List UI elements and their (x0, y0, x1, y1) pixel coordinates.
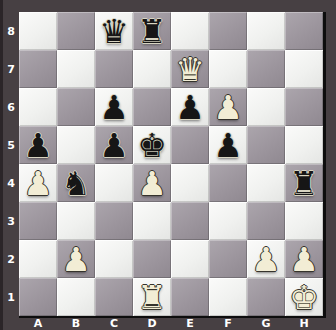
rank-label-6: 6 (3, 88, 19, 126)
square-g2[interactable]: ♟ (247, 240, 285, 278)
square-g3[interactable] (247, 202, 285, 240)
square-e1[interactable] (171, 278, 209, 316)
square-b4[interactable]: ♞ (57, 164, 95, 202)
square-b6[interactable] (57, 88, 95, 126)
file-label-c: C (95, 316, 133, 330)
square-e8[interactable] (171, 12, 209, 50)
piece-white-rook-d1[interactable]: ♜ (137, 281, 167, 314)
file-label-f: F (209, 316, 247, 330)
square-d4[interactable]: ♟ (133, 164, 171, 202)
square-c8[interactable]: ♛ (95, 12, 133, 50)
square-a5[interactable]: ♟ (19, 126, 57, 164)
square-f5[interactable]: ♟ (209, 126, 247, 164)
square-d7[interactable] (133, 50, 171, 88)
square-f3[interactable] (209, 202, 247, 240)
piece-white-pawn-g2[interactable]: ♟ (251, 243, 281, 276)
square-e4[interactable] (171, 164, 209, 202)
square-d8[interactable]: ♜ (133, 12, 171, 50)
square-c1[interactable] (95, 278, 133, 316)
square-b5[interactable] (57, 126, 95, 164)
file-label-b: B (57, 316, 95, 330)
square-f7[interactable] (209, 50, 247, 88)
square-e3[interactable] (171, 202, 209, 240)
square-h8[interactable] (285, 12, 323, 50)
square-g7[interactable] (247, 50, 285, 88)
piece-white-pawn-b2[interactable]: ♟ (61, 243, 91, 276)
square-c4[interactable] (95, 164, 133, 202)
file-label-g: G (247, 316, 285, 330)
square-h7[interactable] (285, 50, 323, 88)
square-a6[interactable] (19, 88, 57, 126)
rank-label-2: 2 (3, 240, 19, 278)
square-h6[interactable] (285, 88, 323, 126)
square-f2[interactable] (209, 240, 247, 278)
square-f4[interactable] (209, 164, 247, 202)
square-b8[interactable] (57, 12, 95, 50)
rank-label-4: 4 (3, 164, 19, 202)
square-a3[interactable] (19, 202, 57, 240)
piece-white-pawn-h2[interactable]: ♟ (289, 243, 319, 276)
square-d6[interactable] (133, 88, 171, 126)
square-c5[interactable]: ♟ (95, 126, 133, 164)
rank-label-1: 1 (3, 278, 19, 316)
square-d2[interactable] (133, 240, 171, 278)
file-labels: ABCDEFGH (19, 316, 323, 330)
piece-black-pawn-f5[interactable]: ♟ (213, 129, 243, 162)
square-a4[interactable]: ♟ (19, 164, 57, 202)
piece-white-pawn-f6[interactable]: ♟ (213, 91, 243, 124)
rank-label-5: 5 (3, 126, 19, 164)
square-a8[interactable] (19, 12, 57, 50)
square-g8[interactable] (247, 12, 285, 50)
square-h5[interactable] (285, 126, 323, 164)
piece-black-pawn-c6[interactable]: ♟ (99, 91, 129, 124)
square-d3[interactable] (133, 202, 171, 240)
square-a7[interactable] (19, 50, 57, 88)
rank-labels: 87654321 (3, 12, 19, 316)
square-d1[interactable]: ♜ (133, 278, 171, 316)
piece-white-pawn-d4[interactable]: ♟ (137, 167, 167, 200)
square-h4[interactable]: ♜ (285, 164, 323, 202)
square-b2[interactable]: ♟ (57, 240, 95, 278)
square-c2[interactable] (95, 240, 133, 278)
square-e6[interactable]: ♟ (171, 88, 209, 126)
square-c6[interactable]: ♟ (95, 88, 133, 126)
square-f6[interactable]: ♟ (209, 88, 247, 126)
piece-white-pawn-a4[interactable]: ♟ (23, 167, 53, 200)
square-g6[interactable] (247, 88, 285, 126)
piece-black-pawn-c5[interactable]: ♟ (99, 129, 129, 162)
square-h2[interactable]: ♟ (285, 240, 323, 278)
piece-black-king-d5[interactable]: ♚ (137, 129, 167, 162)
square-a1[interactable] (19, 278, 57, 316)
piece-black-pawn-e6[interactable]: ♟ (175, 91, 205, 124)
file-label-e: E (171, 316, 209, 330)
square-b3[interactable] (57, 202, 95, 240)
file-label-d: D (133, 316, 171, 330)
square-h3[interactable] (285, 202, 323, 240)
board: ♛♜♛♟♟♟♟♟♚♟♟♞♟♜♟♟♟♜♚ (19, 12, 326, 318)
piece-white-queen-e7[interactable]: ♛ (175, 53, 205, 86)
piece-black-knight-b4[interactable]: ♞ (61, 167, 91, 200)
square-c7[interactable] (95, 50, 133, 88)
file-label-h: H (285, 316, 323, 330)
rank-label-7: 7 (3, 50, 19, 88)
square-b7[interactable] (57, 50, 95, 88)
square-e2[interactable] (171, 240, 209, 278)
square-f1[interactable] (209, 278, 247, 316)
square-e7[interactable]: ♛ (171, 50, 209, 88)
square-c3[interactable] (95, 202, 133, 240)
piece-black-queen-c8[interactable]: ♛ (99, 15, 129, 48)
square-g1[interactable] (247, 278, 285, 316)
square-d5[interactable]: ♚ (133, 126, 171, 164)
rank-label-3: 3 (3, 202, 19, 240)
square-b1[interactable] (57, 278, 95, 316)
square-f8[interactable] (209, 12, 247, 50)
piece-white-king-h1[interactable]: ♚ (289, 281, 319, 314)
piece-black-pawn-a5[interactable]: ♟ (23, 129, 53, 162)
rank-label-8: 8 (3, 12, 19, 50)
square-e5[interactable] (171, 126, 209, 164)
chess-board-panel: 87654321 ♛♜♛♟♟♟♟♟♚♟♟♞♟♜♟♟♟♜♚ ABCDEFGH (0, 0, 336, 330)
piece-black-rook-d8[interactable]: ♜ (137, 15, 167, 48)
piece-black-rook-h4[interactable]: ♜ (289, 167, 319, 200)
square-g5[interactable] (247, 126, 285, 164)
square-a2[interactable] (19, 240, 57, 278)
square-h1[interactable]: ♚ (285, 278, 323, 316)
file-label-a: A (19, 316, 57, 330)
square-g4[interactable] (247, 164, 285, 202)
